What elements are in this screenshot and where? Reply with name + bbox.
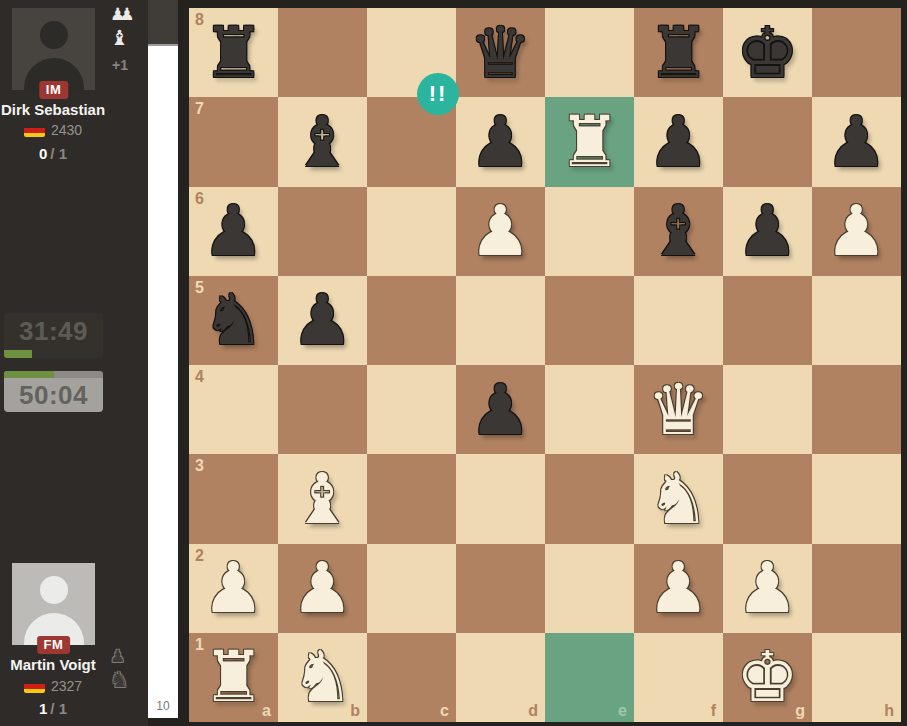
- score-bottom: 1/ 1: [0, 700, 106, 717]
- clock-top: 31:49: [4, 313, 103, 350]
- piece-white-knight-b1[interactable]: ♞: [278, 633, 367, 722]
- piece-white-pawn-h6[interactable]: ♟: [812, 187, 901, 276]
- rating-bottom: 2327: [51, 678, 82, 694]
- square-c3[interactable]: [367, 454, 456, 543]
- captured-row: ♟♟: [110, 6, 148, 23]
- piece-black-pawn-g6[interactable]: ♟: [723, 187, 812, 276]
- square-d6[interactable]: ♟: [456, 187, 545, 276]
- square-e4[interactable]: [545, 365, 634, 454]
- square-a2[interactable]: 2♟: [189, 544, 278, 633]
- clock-bottom: 50:04: [4, 378, 103, 412]
- square-c6[interactable]: [367, 187, 456, 276]
- file-label-c: c: [440, 702, 449, 720]
- piece-white-bishop-b3[interactable]: ♝: [278, 454, 367, 543]
- piece-black-pawn-f7[interactable]: ♟: [634, 97, 723, 186]
- square-g5[interactable]: [723, 276, 812, 365]
- square-b7[interactable]: ♝: [278, 97, 367, 186]
- square-f8[interactable]: ♜: [634, 8, 723, 97]
- file-label-d: d: [528, 702, 538, 720]
- square-e2[interactable]: [545, 544, 634, 633]
- square-e6[interactable]: [545, 187, 634, 276]
- square-f6[interactable]: ♝: [634, 187, 723, 276]
- piece-white-queen-f4[interactable]: ♛: [634, 365, 723, 454]
- avatar-top-player: IM: [12, 8, 95, 90]
- file-label-h: h: [884, 702, 894, 720]
- square-h7[interactable]: ♟: [812, 97, 901, 186]
- square-e5[interactable]: [545, 276, 634, 365]
- piece-white-pawn-f2[interactable]: ♟: [634, 544, 723, 633]
- piece-black-pawn-d7[interactable]: ♟: [456, 97, 545, 186]
- square-g2[interactable]: ♟: [723, 544, 812, 633]
- square-c4[interactable]: [367, 365, 456, 454]
- piece-black-king-g8[interactable]: ♚: [723, 8, 812, 97]
- time-progress-top: [4, 350, 103, 358]
- rank-label-4: 4: [195, 368, 204, 386]
- piece-black-rook-a8[interactable]: ♜: [189, 8, 278, 97]
- square-b6[interactable]: [278, 187, 367, 276]
- square-b1[interactable]: b♞: [278, 633, 367, 722]
- captured-row: ♞: [110, 670, 148, 691]
- square-h1[interactable]: h: [812, 633, 901, 722]
- title-badge-bottom: FM: [37, 636, 71, 654]
- square-c5[interactable]: [367, 276, 456, 365]
- square-d5[interactable]: [456, 276, 545, 365]
- square-g4[interactable]: [723, 365, 812, 454]
- piece-white-pawn-a2[interactable]: ♟: [189, 544, 278, 633]
- square-g7[interactable]: [723, 97, 812, 186]
- score-top: 0/ 1: [0, 145, 106, 162]
- file-label-e: e: [618, 702, 627, 720]
- eval-bar-white-part: 10: [148, 46, 178, 718]
- square-g8[interactable]: ♚: [723, 8, 812, 97]
- square-c2[interactable]: [367, 544, 456, 633]
- square-f2[interactable]: ♟: [634, 544, 723, 633]
- square-g3[interactable]: [723, 454, 812, 543]
- piece-white-knight-f3[interactable]: ♞: [634, 454, 723, 543]
- square-a4[interactable]: 4: [189, 365, 278, 454]
- square-a6[interactable]: 6♟: [189, 187, 278, 276]
- piece-black-pawn-a6[interactable]: ♟: [189, 187, 278, 276]
- rank-label-7: 7: [195, 100, 204, 118]
- avatar-image: [12, 8, 95, 90]
- time-progress-bottom: [4, 371, 103, 378]
- square-f7[interactable]: ♟: [634, 97, 723, 186]
- square-d7[interactable]: ♟: [456, 97, 545, 186]
- square-a1[interactable]: 1a♜: [189, 633, 278, 722]
- square-d8[interactable]: ♛: [456, 8, 545, 97]
- square-h8[interactable]: [812, 8, 901, 97]
- piece-white-rook-a1[interactable]: ♜: [189, 633, 278, 722]
- chess-board[interactable]: 8♜♛♜♚7♝♟♜♟♟6♟♟♝♟♟5♞♟4♟♛3♝♞2♟♟♟♟1a♜b♞cdef…: [189, 8, 901, 722]
- captured-pawn-icon: ♟: [119, 4, 134, 24]
- piece-black-rook-f8[interactable]: ♜: [634, 8, 723, 97]
- captured-row: ♝: [110, 28, 148, 49]
- square-h2[interactable]: [812, 544, 901, 633]
- square-b3[interactable]: ♝: [278, 454, 367, 543]
- captured-bishop-icon: ♝: [110, 26, 129, 50]
- piece-black-bishop-f6[interactable]: ♝: [634, 187, 723, 276]
- square-f3[interactable]: ♞: [634, 454, 723, 543]
- square-f4[interactable]: ♛: [634, 365, 723, 454]
- piece-black-bishop-b7[interactable]: ♝: [278, 97, 367, 186]
- square-e7[interactable]: ♜: [545, 97, 634, 186]
- square-h3[interactable]: [812, 454, 901, 543]
- captured-row: ♟: [110, 648, 148, 665]
- square-f1[interactable]: f: [634, 633, 723, 722]
- square-a3[interactable]: 3: [189, 454, 278, 543]
- title-badge-top: IM: [39, 81, 68, 99]
- captured-pieces-top: ♟♟♝: [110, 6, 148, 54]
- square-b5[interactable]: ♟: [278, 276, 367, 365]
- square-c1[interactable]: c: [367, 633, 456, 722]
- square-a5[interactable]: 5♞: [189, 276, 278, 365]
- piece-white-king-g1[interactable]: ♚: [723, 633, 812, 722]
- eval-bar: 10: [148, 0, 178, 718]
- square-h4[interactable]: [812, 365, 901, 454]
- square-g1[interactable]: g♚: [723, 633, 812, 722]
- piece-black-pawn-b5[interactable]: ♟: [278, 276, 367, 365]
- file-label-f: f: [711, 702, 716, 720]
- rating-top: 2430: [51, 122, 82, 138]
- material-advantage: +1: [112, 57, 128, 73]
- piece-black-knight-a5[interactable]: ♞: [189, 276, 278, 365]
- germany-flag-icon: [24, 680, 45, 693]
- captured-knight-icon: ♞: [110, 668, 129, 692]
- square-a8[interactable]: 8♜: [189, 8, 278, 97]
- piece-black-queen-d8[interactable]: ♛: [456, 8, 545, 97]
- eval-bar-black-part: [148, 0, 178, 46]
- square-e3[interactable]: [545, 454, 634, 543]
- piece-black-pawn-h7[interactable]: ♟: [812, 97, 901, 186]
- square-h6[interactable]: ♟: [812, 187, 901, 276]
- player-name-bottom: Martin Voigt: [0, 656, 106, 673]
- square-d2[interactable]: [456, 544, 545, 633]
- square-e8[interactable]: [545, 8, 634, 97]
- brilliant-move-badge: !!: [417, 73, 459, 115]
- square-f5[interactable]: [634, 276, 723, 365]
- square-e1[interactable]: e: [545, 633, 634, 722]
- eval-value: 10: [148, 699, 178, 713]
- square-d1[interactable]: d: [456, 633, 545, 722]
- germany-flag-icon: [24, 124, 45, 137]
- rank-label-3: 3: [195, 457, 204, 475]
- square-b4[interactable]: [278, 365, 367, 454]
- avatar-bottom-player: FM: [12, 563, 95, 645]
- piece-white-rook-e7[interactable]: ♜: [545, 97, 634, 186]
- piece-black-pawn-d4[interactable]: ♟: [456, 365, 545, 454]
- player-name-top: Dirk Sebastian: [0, 101, 106, 118]
- square-a7[interactable]: 7: [189, 97, 278, 186]
- piece-white-pawn-d6[interactable]: ♟: [456, 187, 545, 276]
- square-d3[interactable]: [456, 454, 545, 543]
- flag-rating-row-bottom: 2327: [0, 678, 106, 694]
- square-d4[interactable]: ♟: [456, 365, 545, 454]
- captured-pawn-icon: ♟: [110, 646, 125, 666]
- piece-white-pawn-b2[interactable]: ♟: [278, 544, 367, 633]
- square-h5[interactable]: [812, 276, 901, 365]
- square-b2[interactable]: ♟: [278, 544, 367, 633]
- sidebar: IM ♟♟♝ +1 Dirk Sebastian 2430 0/ 1 31:49…: [0, 0, 148, 726]
- flag-rating-row-top: 2430: [0, 122, 106, 138]
- square-g6[interactable]: ♟: [723, 187, 812, 276]
- piece-white-pawn-g2[interactable]: ♟: [723, 544, 812, 633]
- avatar-image: [12, 563, 95, 645]
- square-b8[interactable]: [278, 8, 367, 97]
- captured-pieces-bottom: ♟♞: [110, 648, 148, 696]
